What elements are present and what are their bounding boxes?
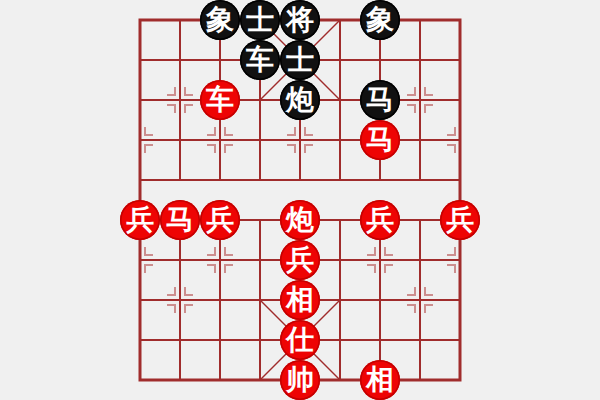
piece-red-horse[interactable]: 马 [360, 120, 400, 160]
board-grid[interactable]: 象士将象车士车炮马马兵马兵炮兵兵兵相仕帅相 [120, 0, 480, 400]
piece-red-soldier[interactable]: 兵 [280, 240, 320, 280]
piece-red-cannon[interactable]: 炮 [280, 200, 320, 240]
piece-red-soldier[interactable]: 兵 [360, 200, 400, 240]
piece-red-soldier[interactable]: 兵 [120, 200, 160, 240]
piece-red-general[interactable]: 帅 [280, 360, 320, 400]
piece-red-elephant[interactable]: 相 [280, 280, 320, 320]
piece-black-horse[interactable]: 马 [360, 80, 400, 120]
piece-black-chariot[interactable]: 车 [240, 40, 280, 80]
piece-black-elephant[interactable]: 象 [360, 0, 400, 40]
piece-red-soldier[interactable]: 兵 [200, 200, 240, 240]
piece-red-elephant[interactable]: 相 [360, 360, 400, 400]
piece-red-soldier[interactable]: 兵 [440, 200, 480, 240]
xiangqi-app: 象士将象车士车炮马马兵马兵炮兵兵兵相仕帅相 [0, 0, 600, 400]
piece-red-advisor[interactable]: 仕 [280, 320, 320, 360]
piece-black-advisor[interactable]: 士 [240, 0, 280, 40]
piece-black-cannon[interactable]: 炮 [280, 80, 320, 120]
piece-black-advisor[interactable]: 士 [280, 40, 320, 80]
piece-red-horse[interactable]: 马 [160, 200, 200, 240]
piece-red-chariot[interactable]: 车 [200, 80, 240, 120]
piece-black-elephant[interactable]: 象 [200, 0, 240, 40]
piece-black-general[interactable]: 将 [280, 0, 320, 40]
